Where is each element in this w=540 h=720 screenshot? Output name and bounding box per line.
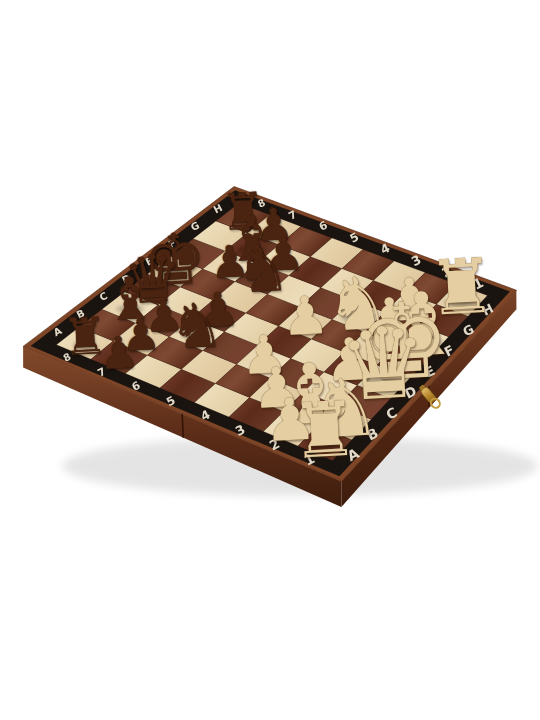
chess-set-photo: AABBCCDDEEFFGGHH8877665544332211 ♜♟♝♟♟♚♞… [0,0,540,720]
piece-black-knight-c6[interactable]: ♞ [165,294,229,358]
piece-white-rook-a1[interactable]: ♜ [285,391,364,470]
fold-seam-left-face [182,414,183,438]
piece-black-pawn-a7[interactable]: ♟ [96,330,142,376]
